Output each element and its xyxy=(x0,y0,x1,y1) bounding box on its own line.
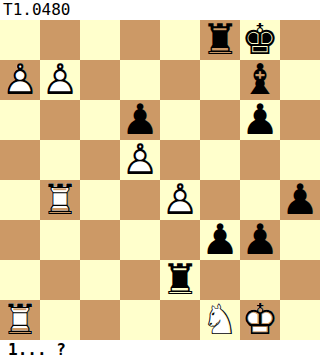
square-d3[interactable] xyxy=(120,220,160,260)
square-c3[interactable] xyxy=(80,220,120,260)
black-king[interactable]: ♚ xyxy=(240,20,280,60)
square-b1[interactable] xyxy=(40,300,80,340)
square-h3[interactable] xyxy=(280,220,320,260)
piece-glyph-solid: ♟ xyxy=(240,100,280,140)
square-e1[interactable] xyxy=(160,300,200,340)
black-pawn[interactable]: ♟ xyxy=(240,100,280,140)
piece-glyph-solid: ♜ xyxy=(160,260,200,300)
square-h7[interactable] xyxy=(280,60,320,100)
square-e6[interactable] xyxy=(160,100,200,140)
square-f7[interactable] xyxy=(200,60,240,100)
square-g5[interactable] xyxy=(240,140,280,180)
square-d4[interactable] xyxy=(120,180,160,220)
square-b7[interactable]: ♟♙ xyxy=(40,60,80,100)
square-e5[interactable] xyxy=(160,140,200,180)
square-c7[interactable] xyxy=(80,60,120,100)
square-a4[interactable] xyxy=(0,180,40,220)
square-h8[interactable] xyxy=(280,20,320,60)
square-b6[interactable] xyxy=(40,100,80,140)
square-b4[interactable]: ♜♖ xyxy=(40,180,80,220)
piece-glyph-outline: ♖ xyxy=(0,300,40,340)
square-b2[interactable] xyxy=(40,260,80,300)
square-d6[interactable]: ♟ xyxy=(120,100,160,140)
square-e3[interactable] xyxy=(160,220,200,260)
square-a7[interactable]: ♟♙ xyxy=(0,60,40,100)
square-h4[interactable]: ♟ xyxy=(280,180,320,220)
square-h2[interactable] xyxy=(280,260,320,300)
square-g6[interactable]: ♟ xyxy=(240,100,280,140)
square-f4[interactable] xyxy=(200,180,240,220)
square-a6[interactable] xyxy=(0,100,40,140)
square-d8[interactable] xyxy=(120,20,160,60)
white-rook[interactable]: ♜♖ xyxy=(0,300,40,340)
piece-glyph-solid: ♟ xyxy=(240,220,280,260)
square-c8[interactable] xyxy=(80,20,120,60)
square-f3[interactable]: ♟ xyxy=(200,220,240,260)
piece-glyph-outline: ♘ xyxy=(200,300,240,340)
white-rook[interactable]: ♜♖ xyxy=(40,180,80,220)
square-b5[interactable] xyxy=(40,140,80,180)
square-h5[interactable] xyxy=(280,140,320,180)
square-g8[interactable]: ♚ xyxy=(240,20,280,60)
square-c1[interactable] xyxy=(80,300,120,340)
black-pawn[interactable]: ♟ xyxy=(120,100,160,140)
square-f8[interactable]: ♜ xyxy=(200,20,240,60)
white-pawn[interactable]: ♟♙ xyxy=(160,180,200,220)
piece-glyph-outline: ♙ xyxy=(120,140,160,180)
square-b3[interactable] xyxy=(40,220,80,260)
square-f5[interactable] xyxy=(200,140,240,180)
piece-glyph-outline: ♙ xyxy=(40,60,80,100)
white-king[interactable]: ♚♔ xyxy=(240,300,280,340)
square-a1[interactable]: ♜♖ xyxy=(0,300,40,340)
square-g7[interactable]: ♝ xyxy=(240,60,280,100)
piece-glyph-solid: ♟ xyxy=(280,180,320,220)
piece-glyph-outline: ♔ xyxy=(240,300,280,340)
puzzle-app: T1.0480 ♜♚♟♙♟♙♝♟♟♟♙♜♖♟♙♟♟♟♜♜♖♞♘♚♔ 1... ? xyxy=(0,0,320,360)
black-rook[interactable]: ♜ xyxy=(160,260,200,300)
square-g2[interactable] xyxy=(240,260,280,300)
piece-glyph-solid: ♟ xyxy=(120,100,160,140)
black-bishop[interactable]: ♝ xyxy=(240,60,280,100)
chess-board[interactable]: ♜♚♟♙♟♙♝♟♟♟♙♜♖♟♙♟♟♟♜♜♖♞♘♚♔ xyxy=(0,20,320,340)
square-a5[interactable] xyxy=(0,140,40,180)
square-b8[interactable] xyxy=(40,20,80,60)
piece-glyph-outline: ♙ xyxy=(0,60,40,100)
square-a2[interactable] xyxy=(0,260,40,300)
square-g4[interactable] xyxy=(240,180,280,220)
white-pawn[interactable]: ♟♙ xyxy=(0,60,40,100)
white-knight[interactable]: ♞♘ xyxy=(200,300,240,340)
square-d7[interactable] xyxy=(120,60,160,100)
white-pawn[interactable]: ♟♙ xyxy=(120,140,160,180)
square-c4[interactable] xyxy=(80,180,120,220)
black-rook[interactable]: ♜ xyxy=(200,20,240,60)
square-d5[interactable]: ♟♙ xyxy=(120,140,160,180)
piece-glyph-solid: ♜ xyxy=(200,20,240,60)
piece-glyph-outline: ♖ xyxy=(40,180,80,220)
piece-glyph-outline: ♙ xyxy=(160,180,200,220)
square-a8[interactable] xyxy=(0,20,40,60)
square-a3[interactable] xyxy=(0,220,40,260)
black-pawn[interactable]: ♟ xyxy=(200,220,240,260)
square-c2[interactable] xyxy=(80,260,120,300)
square-f2[interactable] xyxy=(200,260,240,300)
square-d1[interactable] xyxy=(120,300,160,340)
square-g1[interactable]: ♚♔ xyxy=(240,300,280,340)
square-f6[interactable] xyxy=(200,100,240,140)
black-pawn[interactable]: ♟ xyxy=(280,180,320,220)
piece-glyph-solid: ♝ xyxy=(240,60,280,100)
square-c5[interactable] xyxy=(80,140,120,180)
square-e8[interactable] xyxy=(160,20,200,60)
square-e2[interactable]: ♜ xyxy=(160,260,200,300)
square-d2[interactable] xyxy=(120,260,160,300)
white-pawn[interactable]: ♟♙ xyxy=(40,60,80,100)
square-g3[interactable]: ♟ xyxy=(240,220,280,260)
black-pawn[interactable]: ♟ xyxy=(240,220,280,260)
square-h6[interactable] xyxy=(280,100,320,140)
square-e7[interactable] xyxy=(160,60,200,100)
square-e4[interactable]: ♟♙ xyxy=(160,180,200,220)
square-f1[interactable]: ♞♘ xyxy=(200,300,240,340)
square-h1[interactable] xyxy=(280,300,320,340)
square-c6[interactable] xyxy=(80,100,120,140)
piece-glyph-solid: ♟ xyxy=(200,220,240,260)
piece-glyph-solid: ♚ xyxy=(240,20,280,60)
